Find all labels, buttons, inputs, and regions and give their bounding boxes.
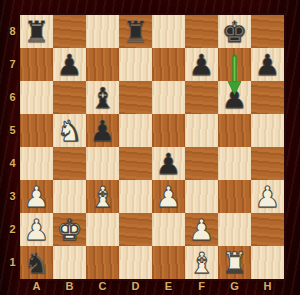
square-d5[interactable]: [119, 114, 152, 147]
square-d8[interactable]: ♜: [119, 15, 152, 48]
square-h7[interactable]: ♟: [251, 48, 284, 81]
white-pawn-f2[interactable]: ♟: [185, 213, 218, 246]
square-f1[interactable]: ♝: [185, 246, 218, 279]
square-e6[interactable]: [152, 81, 185, 114]
black-rook-d8[interactable]: ♜: [119, 15, 152, 48]
square-h3[interactable]: ♟: [251, 180, 284, 213]
square-d2[interactable]: [119, 213, 152, 246]
white-bishop-c3[interactable]: ♝: [86, 180, 119, 213]
square-h2[interactable]: [251, 213, 284, 246]
square-e2[interactable]: [152, 213, 185, 246]
chess-board-frame: 87654321 ABCDEFGH ♜♜♚♟♟♟♝♟♞♟♟♟♝♟♟♟♚♟♞♝♜: [0, 0, 300, 295]
black-king-g8[interactable]: ♚: [218, 15, 251, 48]
square-g1[interactable]: ♜: [218, 246, 251, 279]
square-e7[interactable]: [152, 48, 185, 81]
black-pawn-e4[interactable]: ♟: [152, 147, 185, 180]
square-f4[interactable]: [185, 147, 218, 180]
square-g8[interactable]: ♚: [218, 15, 251, 48]
rank-label-3: 3: [0, 180, 20, 213]
square-d6[interactable]: [119, 81, 152, 114]
square-b1[interactable]: [53, 246, 86, 279]
square-b7[interactable]: ♟: [53, 48, 86, 81]
square-e3[interactable]: ♟: [152, 180, 185, 213]
rank-label-7: 7: [0, 48, 20, 81]
white-rook-g1[interactable]: ♜: [218, 246, 251, 279]
white-pawn-a2[interactable]: ♟: [20, 213, 53, 246]
rank-label-2: 2: [0, 213, 20, 246]
square-d3[interactable]: [119, 180, 152, 213]
file-label-b: B: [53, 279, 86, 295]
square-f6[interactable]: [185, 81, 218, 114]
square-g6[interactable]: ♟: [218, 81, 251, 114]
square-d1[interactable]: [119, 246, 152, 279]
square-e8[interactable]: [152, 15, 185, 48]
square-h6[interactable]: [251, 81, 284, 114]
square-e4[interactable]: ♟: [152, 147, 185, 180]
file-label-c: C: [86, 279, 119, 295]
file-labels: ABCDEFGH: [20, 279, 284, 295]
square-c7[interactable]: [86, 48, 119, 81]
white-pawn-h3[interactable]: ♟: [251, 180, 284, 213]
square-f8[interactable]: [185, 15, 218, 48]
square-h5[interactable]: [251, 114, 284, 147]
square-a5[interactable]: [20, 114, 53, 147]
square-c5[interactable]: ♟: [86, 114, 119, 147]
square-a7[interactable]: [20, 48, 53, 81]
square-b3[interactable]: [53, 180, 86, 213]
square-g4[interactable]: [218, 147, 251, 180]
square-a3[interactable]: ♟: [20, 180, 53, 213]
file-label-h: H: [251, 279, 284, 295]
rank-label-5: 5: [0, 114, 20, 147]
square-h8[interactable]: [251, 15, 284, 48]
square-a8[interactable]: ♜: [20, 15, 53, 48]
square-b4[interactable]: [53, 147, 86, 180]
black-pawn-b7[interactable]: ♟: [53, 48, 86, 81]
square-g7[interactable]: [218, 48, 251, 81]
white-knight-b5[interactable]: ♞: [53, 114, 86, 147]
square-c6[interactable]: ♝: [86, 81, 119, 114]
square-f2[interactable]: ♟: [185, 213, 218, 246]
square-a6[interactable]: [20, 81, 53, 114]
file-label-a: A: [20, 279, 53, 295]
square-b5[interactable]: ♞: [53, 114, 86, 147]
square-f3[interactable]: [185, 180, 218, 213]
rank-label-1: 1: [0, 246, 20, 279]
black-pawn-c5[interactable]: ♟: [86, 114, 119, 147]
rank-label-6: 6: [0, 81, 20, 114]
square-b2[interactable]: ♚: [53, 213, 86, 246]
square-g3[interactable]: [218, 180, 251, 213]
rank-labels: 87654321: [0, 15, 20, 279]
square-b8[interactable]: [53, 15, 86, 48]
square-a2[interactable]: ♟: [20, 213, 53, 246]
square-g2[interactable]: [218, 213, 251, 246]
square-c4[interactable]: [86, 147, 119, 180]
square-g5[interactable]: [218, 114, 251, 147]
white-pawn-e3[interactable]: ♟: [152, 180, 185, 213]
square-d4[interactable]: [119, 147, 152, 180]
square-c1[interactable]: [86, 246, 119, 279]
square-h1[interactable]: [251, 246, 284, 279]
chess-board: ♜♜♚♟♟♟♝♟♞♟♟♟♝♟♟♟♚♟♞♝♜: [20, 15, 284, 279]
black-rook-a8[interactable]: ♜: [20, 15, 53, 48]
square-f5[interactable]: [185, 114, 218, 147]
file-label-d: D: [119, 279, 152, 295]
rank-label-8: 8: [0, 15, 20, 48]
square-d7[interactable]: [119, 48, 152, 81]
white-bishop-f1[interactable]: ♝: [185, 246, 218, 279]
black-pawn-h7[interactable]: ♟: [251, 48, 284, 81]
white-king-b2[interactable]: ♚: [53, 213, 86, 246]
black-pawn-f7[interactable]: ♟: [185, 48, 218, 81]
file-label-f: F: [185, 279, 218, 295]
square-a4[interactable]: [20, 147, 53, 180]
black-bishop-c6[interactable]: ♝: [86, 81, 119, 114]
square-a1[interactable]: ♞: [20, 246, 53, 279]
square-e5[interactable]: [152, 114, 185, 147]
square-e1[interactable]: [152, 246, 185, 279]
square-h4[interactable]: [251, 147, 284, 180]
white-pawn-a3[interactable]: ♟: [20, 180, 53, 213]
black-pawn-g6[interactable]: ♟: [218, 81, 251, 114]
black-knight-a1[interactable]: ♞: [20, 246, 53, 279]
rank-label-4: 4: [0, 147, 20, 180]
file-label-e: E: [152, 279, 185, 295]
square-c2[interactable]: [86, 213, 119, 246]
square-b6[interactable]: [53, 81, 86, 114]
square-c8[interactable]: [86, 15, 119, 48]
square-f7[interactable]: ♟: [185, 48, 218, 81]
file-label-g: G: [218, 279, 251, 295]
square-c3[interactable]: ♝: [86, 180, 119, 213]
